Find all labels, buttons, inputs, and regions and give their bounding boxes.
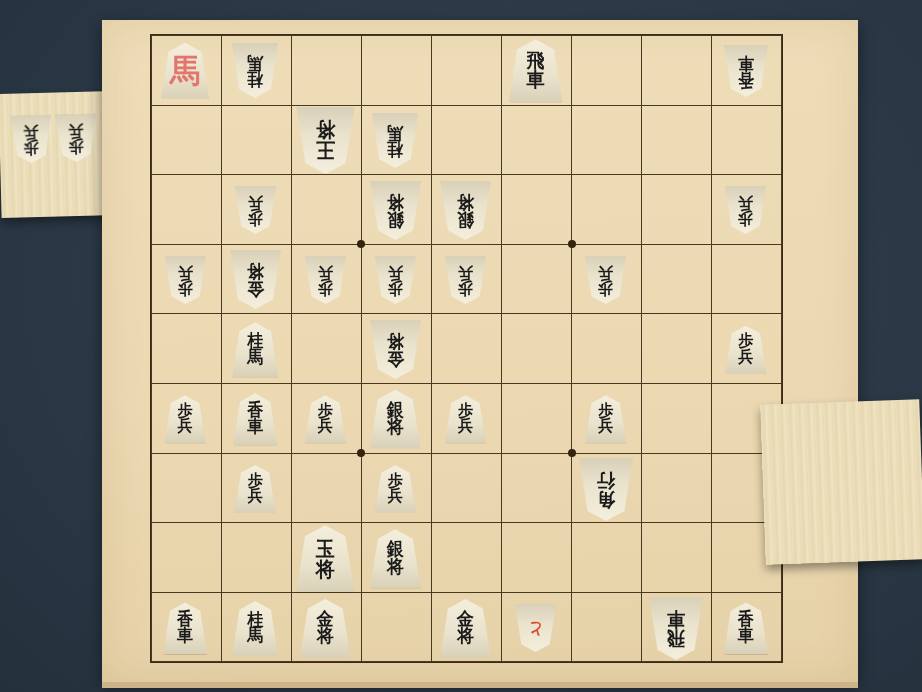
- star-point: [357, 449, 365, 457]
- piece-glyph: 将: [316, 120, 335, 141]
- piece-glyph: 兵: [598, 419, 613, 436]
- piece-glyph: 兵: [458, 419, 473, 436]
- piece-glyph: 兵: [598, 264, 613, 281]
- table-surface: 歩兵歩兵歩兵 馬桂馬飛車香車王将桂馬歩兵銀将銀将歩兵歩兵金将歩兵歩兵歩兵歩兵桂馬…: [0, 0, 922, 692]
- sente-piece-stand[interactable]: [760, 399, 922, 564]
- piece-glyph: と: [528, 620, 543, 637]
- piece-glyph: 将: [387, 558, 404, 577]
- piece-glyph: 車: [738, 54, 754, 72]
- piece-glyph: 兵: [68, 122, 83, 139]
- piece-glyph: 馬: [247, 349, 263, 367]
- piece-glyph: 将: [387, 192, 404, 211]
- piece-glyph: 将: [457, 192, 474, 211]
- piece-glyph: 兵: [178, 264, 193, 281]
- piece-glyph: 桂: [247, 70, 263, 88]
- piece-glyph: 将: [317, 628, 334, 647]
- piece-glyph: 車: [527, 70, 545, 90]
- piece-glyph: 車: [177, 628, 193, 646]
- piece-glyph: 兵: [178, 419, 193, 436]
- piece-glyph: 馬: [170, 54, 200, 87]
- piece-glyph: 車: [247, 419, 263, 437]
- piece-glyph: 馬: [247, 628, 263, 646]
- piece-glyph: 兵: [458, 264, 473, 281]
- piece-glyph: 将: [387, 332, 404, 351]
- piece-glyph: 将: [247, 262, 264, 281]
- piece-glyph: 兵: [248, 194, 263, 211]
- piece-glyph: 兵: [318, 419, 333, 436]
- piece-gote-pawn-hand1[interactable]: 歩兵: [9, 115, 53, 164]
- piece-glyph: 車: [738, 628, 754, 646]
- piece-glyph: 兵: [738, 349, 753, 366]
- piece-glyph: 将: [387, 419, 404, 438]
- piece-glyph: 馬: [247, 54, 263, 72]
- piece-glyph: 金: [247, 279, 264, 298]
- piece-glyph: 車: [667, 609, 685, 629]
- star-point: [568, 240, 576, 248]
- piece-glyph: 兵: [388, 488, 403, 505]
- piece-glyph: 兵: [318, 264, 333, 281]
- piece-gote-pawn-hand2[interactable]: 歩兵: [54, 113, 98, 162]
- board-side-edge: [102, 682, 858, 688]
- piece-glyph: 兵: [388, 264, 403, 281]
- piece-glyph: 将: [316, 558, 335, 579]
- piece-glyph: 兵: [738, 194, 753, 211]
- piece-glyph: 馬: [387, 124, 403, 142]
- piece-glyph: 兵: [248, 488, 263, 505]
- star-point: [357, 240, 365, 248]
- piece-glyph: 将: [457, 628, 474, 647]
- piece-glyph: 行: [597, 470, 615, 490]
- star-point: [568, 449, 576, 457]
- piece-glyph: 兵: [23, 123, 38, 140]
